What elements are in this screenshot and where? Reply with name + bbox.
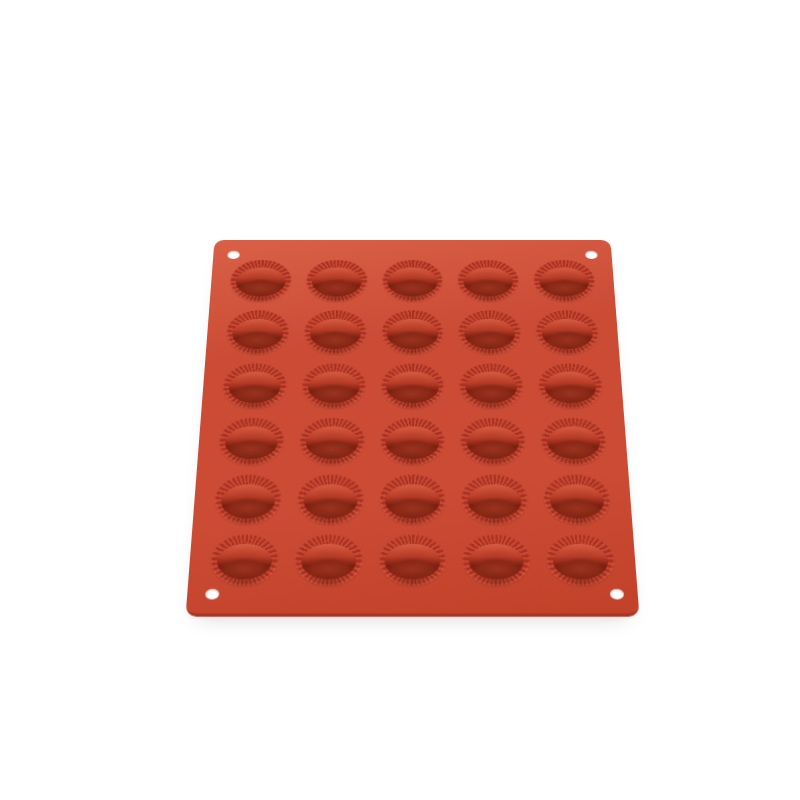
- cavity: [381, 363, 445, 408]
- corner-hole-bottom-right: [610, 589, 625, 600]
- cavity: [458, 260, 520, 302]
- cavity: [301, 363, 365, 408]
- product-photo: [0, 0, 800, 800]
- cavity: [221, 363, 287, 408]
- cavity: [379, 534, 447, 585]
- cavity: [460, 418, 526, 465]
- cavity: [229, 260, 292, 302]
- cavity: [540, 418, 607, 465]
- cavity: [303, 311, 366, 355]
- cavity: [218, 418, 285, 465]
- cavity: [299, 418, 365, 465]
- cavity: [209, 534, 279, 585]
- cavity: [459, 311, 522, 355]
- cavity: [225, 311, 289, 355]
- cavity: [382, 260, 443, 302]
- silicone-mold: [186, 240, 640, 617]
- cavity: [294, 534, 363, 585]
- cavity: [533, 260, 596, 302]
- cavity: [459, 363, 523, 408]
- cavity: [538, 363, 604, 408]
- corner-hole-top-right: [585, 251, 598, 259]
- cavity-grid: [209, 260, 616, 586]
- cavity: [461, 475, 528, 524]
- cavity: [543, 475, 612, 524]
- cavity: [213, 475, 282, 524]
- corner-hole-bottom-left: [205, 589, 220, 600]
- corner-hole-top-left: [227, 251, 240, 259]
- cavity: [546, 534, 616, 585]
- cavity: [381, 311, 443, 355]
- cavity: [296, 475, 363, 524]
- cavity: [535, 311, 599, 355]
- cavity: [379, 475, 445, 524]
- cavity: [305, 260, 367, 302]
- cavity: [462, 534, 531, 585]
- cavity: [380, 418, 445, 465]
